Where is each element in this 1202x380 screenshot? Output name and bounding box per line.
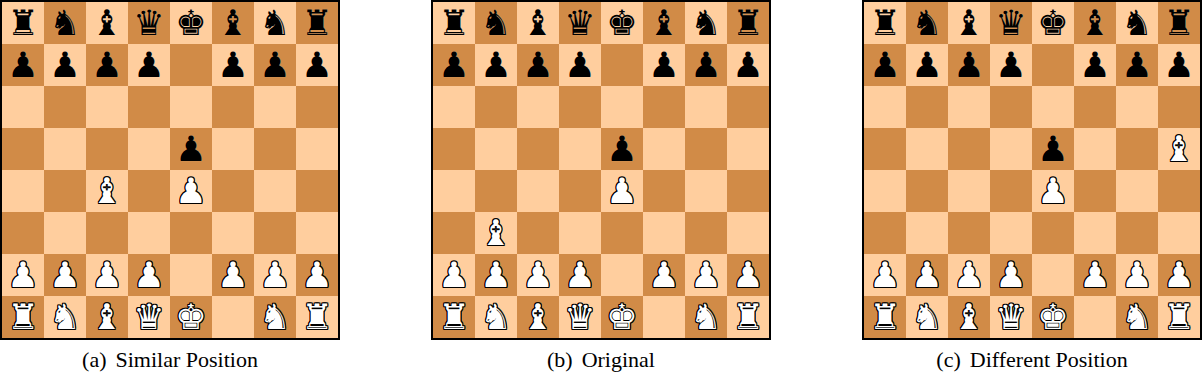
white-pawn-icon: ♟ xyxy=(911,254,942,296)
square-d6 xyxy=(128,86,170,128)
square-a6 xyxy=(864,86,906,128)
square-c2: ♟ xyxy=(517,254,559,296)
square-c2: ♟ xyxy=(86,254,128,296)
square-g1: ♞ xyxy=(685,296,727,338)
white-rook-icon: ♜ xyxy=(869,296,900,338)
square-e8: ♚ xyxy=(170,2,212,44)
white-pawn-icon: ♟ xyxy=(480,254,511,296)
caption-b: (b)Original xyxy=(547,347,655,373)
square-d7: ♟ xyxy=(990,44,1032,86)
square-e8: ♚ xyxy=(1032,2,1074,44)
square-a4 xyxy=(2,170,44,212)
white-pawn-icon: ♟ xyxy=(690,254,721,296)
square-h5: ♝ xyxy=(1158,128,1200,170)
white-pawn-icon: ♟ xyxy=(732,254,763,296)
square-c7: ♟ xyxy=(948,44,990,86)
white-bishop-icon: ♝ xyxy=(91,296,122,338)
black-pawn-icon: ♟ xyxy=(1079,44,1110,86)
square-b2: ♟ xyxy=(475,254,517,296)
square-f2: ♟ xyxy=(212,254,254,296)
white-pawn-icon: ♟ xyxy=(869,254,900,296)
white-pawn-icon: ♟ xyxy=(7,254,38,296)
black-queen-icon: ♛ xyxy=(133,2,164,44)
white-pawn-icon: ♟ xyxy=(1037,170,1068,212)
square-b6 xyxy=(906,86,948,128)
square-d4 xyxy=(128,170,170,212)
square-b4 xyxy=(475,170,517,212)
square-h5 xyxy=(296,128,338,170)
square-d8: ♛ xyxy=(559,2,601,44)
square-b7: ♟ xyxy=(44,44,86,86)
black-pawn-icon: ♟ xyxy=(438,44,469,86)
square-g3 xyxy=(1116,212,1158,254)
square-f1 xyxy=(1074,296,1116,338)
square-d6 xyxy=(559,86,601,128)
square-g1: ♞ xyxy=(254,296,296,338)
square-b4 xyxy=(906,170,948,212)
square-b1: ♞ xyxy=(475,296,517,338)
square-d1: ♛ xyxy=(559,296,601,338)
white-knight-icon: ♞ xyxy=(480,296,511,338)
black-pawn-icon: ♟ xyxy=(690,44,721,86)
square-d4 xyxy=(559,170,601,212)
square-f1 xyxy=(643,296,685,338)
square-b6 xyxy=(475,86,517,128)
black-pawn-icon: ♟ xyxy=(301,44,332,86)
square-a4 xyxy=(864,170,906,212)
black-rook-icon: ♜ xyxy=(732,2,763,44)
black-pawn-icon: ♟ xyxy=(175,128,206,170)
square-b8: ♞ xyxy=(44,2,86,44)
chess-retrieval-figure: ♜♞♝♛♚♝♞♜♟♟♟♟♟♟♟♟♝♟♟♟♟♟♟♟♟♜♞♝♛♚♞♜ (a)Simi… xyxy=(0,0,1202,373)
square-h8: ♜ xyxy=(296,2,338,44)
square-f2: ♟ xyxy=(643,254,685,296)
black-knight-icon: ♞ xyxy=(49,2,80,44)
black-pawn-icon: ♟ xyxy=(480,44,511,86)
square-b2: ♟ xyxy=(44,254,86,296)
white-bishop-icon: ♝ xyxy=(522,296,553,338)
white-pawn-icon: ♟ xyxy=(953,254,984,296)
square-g4 xyxy=(685,170,727,212)
square-g2: ♟ xyxy=(254,254,296,296)
square-a6 xyxy=(2,86,44,128)
black-knight-icon: ♞ xyxy=(1121,2,1152,44)
square-a8: ♜ xyxy=(433,2,475,44)
square-b1: ♞ xyxy=(906,296,948,338)
square-d2: ♟ xyxy=(128,254,170,296)
square-h1: ♜ xyxy=(296,296,338,338)
square-b5 xyxy=(44,128,86,170)
white-queen-icon: ♛ xyxy=(995,296,1026,338)
black-knight-icon: ♞ xyxy=(259,2,290,44)
white-bishop-icon: ♝ xyxy=(953,296,984,338)
square-a3 xyxy=(2,212,44,254)
square-e1: ♚ xyxy=(1032,296,1074,338)
black-bishop-icon: ♝ xyxy=(648,2,679,44)
black-pawn-icon: ♟ xyxy=(91,44,122,86)
square-e6 xyxy=(170,86,212,128)
square-a2: ♟ xyxy=(2,254,44,296)
square-b5 xyxy=(475,128,517,170)
black-rook-icon: ♜ xyxy=(869,2,900,44)
black-rook-icon: ♜ xyxy=(7,2,38,44)
square-b8: ♞ xyxy=(475,2,517,44)
square-a8: ♜ xyxy=(864,2,906,44)
square-h4 xyxy=(1158,170,1200,212)
square-c3 xyxy=(86,212,128,254)
square-d5 xyxy=(559,128,601,170)
square-a8: ♜ xyxy=(2,2,44,44)
black-pawn-icon: ♟ xyxy=(911,44,942,86)
square-f7: ♟ xyxy=(1074,44,1116,86)
square-f2: ♟ xyxy=(1074,254,1116,296)
black-bishop-icon: ♝ xyxy=(1079,2,1110,44)
white-pawn-icon: ♟ xyxy=(995,254,1026,296)
square-e7 xyxy=(170,44,212,86)
square-c6 xyxy=(948,86,990,128)
black-pawn-icon: ♟ xyxy=(995,44,1026,86)
square-a3 xyxy=(864,212,906,254)
black-pawn-icon: ♟ xyxy=(7,44,38,86)
square-a4 xyxy=(433,170,475,212)
square-c6 xyxy=(517,86,559,128)
square-g1: ♞ xyxy=(1116,296,1158,338)
square-a6 xyxy=(433,86,475,128)
black-pawn-icon: ♟ xyxy=(217,44,248,86)
square-a7: ♟ xyxy=(864,44,906,86)
square-d5 xyxy=(128,128,170,170)
square-c4 xyxy=(948,170,990,212)
square-f3 xyxy=(1074,212,1116,254)
square-h7: ♟ xyxy=(1158,44,1200,86)
white-pawn-icon: ♟ xyxy=(564,254,595,296)
square-e7 xyxy=(1032,44,1074,86)
black-pawn-icon: ♟ xyxy=(133,44,164,86)
square-g5 xyxy=(1116,128,1158,170)
black-pawn-icon: ♟ xyxy=(1037,128,1068,170)
square-f6 xyxy=(643,86,685,128)
square-f7: ♟ xyxy=(643,44,685,86)
square-c2: ♟ xyxy=(948,254,990,296)
square-h4 xyxy=(296,170,338,212)
black-king-icon: ♚ xyxy=(1037,2,1068,44)
square-g8: ♞ xyxy=(254,2,296,44)
square-e2 xyxy=(170,254,212,296)
square-h2: ♟ xyxy=(296,254,338,296)
white-bishop-icon: ♝ xyxy=(91,170,122,212)
square-c3 xyxy=(948,212,990,254)
white-pawn-icon: ♟ xyxy=(91,254,122,296)
square-h6 xyxy=(296,86,338,128)
white-pawn-icon: ♟ xyxy=(1121,254,1152,296)
square-f8: ♝ xyxy=(643,2,685,44)
square-c7: ♟ xyxy=(517,44,559,86)
square-c4: ♝ xyxy=(86,170,128,212)
square-g5 xyxy=(254,128,296,170)
square-h1: ♜ xyxy=(1158,296,1200,338)
white-rook-icon: ♜ xyxy=(7,296,38,338)
white-queen-icon: ♛ xyxy=(564,296,595,338)
chessboard-similar-position: ♜♞♝♛♚♝♞♜♟♟♟♟♟♟♟♟♝♟♟♟♟♟♟♟♟♜♞♝♛♚♞♜ xyxy=(0,0,340,340)
white-pawn-icon: ♟ xyxy=(648,254,679,296)
square-g7: ♟ xyxy=(685,44,727,86)
square-h7: ♟ xyxy=(727,44,769,86)
square-g3 xyxy=(254,212,296,254)
black-bishop-icon: ♝ xyxy=(522,2,553,44)
square-g3 xyxy=(685,212,727,254)
square-d1: ♛ xyxy=(128,296,170,338)
square-f3 xyxy=(643,212,685,254)
square-e6 xyxy=(1032,86,1074,128)
caption-c-label: (c) xyxy=(936,347,960,372)
square-b5 xyxy=(906,128,948,170)
black-pawn-icon: ♟ xyxy=(49,44,80,86)
square-d7: ♟ xyxy=(559,44,601,86)
square-h8: ♜ xyxy=(1158,2,1200,44)
square-a2: ♟ xyxy=(864,254,906,296)
square-d3 xyxy=(990,212,1032,254)
white-rook-icon: ♜ xyxy=(732,296,763,338)
black-pawn-icon: ♟ xyxy=(1163,44,1194,86)
square-a5 xyxy=(2,128,44,170)
white-rook-icon: ♜ xyxy=(438,296,469,338)
white-queen-icon: ♛ xyxy=(133,296,164,338)
square-c7: ♟ xyxy=(86,44,128,86)
white-bishop-icon: ♝ xyxy=(1163,128,1194,170)
square-d6 xyxy=(990,86,1032,128)
square-h7: ♟ xyxy=(296,44,338,86)
caption-a-label: (a) xyxy=(82,347,106,372)
square-d8: ♛ xyxy=(128,2,170,44)
square-d5 xyxy=(990,128,1032,170)
white-pawn-icon: ♟ xyxy=(522,254,553,296)
caption-b-text: Original xyxy=(582,347,655,372)
square-h4 xyxy=(727,170,769,212)
square-c6 xyxy=(86,86,128,128)
square-b3 xyxy=(44,212,86,254)
square-f8: ♝ xyxy=(1074,2,1116,44)
square-b2: ♟ xyxy=(906,254,948,296)
square-g5 xyxy=(685,128,727,170)
black-queen-icon: ♛ xyxy=(995,2,1026,44)
square-b3: ♝ xyxy=(475,212,517,254)
white-pawn-icon: ♟ xyxy=(259,254,290,296)
black-pawn-icon: ♟ xyxy=(953,44,984,86)
square-a7: ♟ xyxy=(433,44,475,86)
black-bishop-icon: ♝ xyxy=(91,2,122,44)
square-f5 xyxy=(643,128,685,170)
white-pawn-icon: ♟ xyxy=(217,254,248,296)
white-knight-icon: ♞ xyxy=(690,296,721,338)
square-e3 xyxy=(1032,212,1074,254)
square-d4 xyxy=(990,170,1032,212)
square-h5 xyxy=(727,128,769,170)
square-e4: ♟ xyxy=(1032,170,1074,212)
white-rook-icon: ♜ xyxy=(301,296,332,338)
square-a7: ♟ xyxy=(2,44,44,86)
square-e8: ♚ xyxy=(601,2,643,44)
square-g8: ♞ xyxy=(685,2,727,44)
caption-c-text: Different Position xyxy=(970,347,1128,372)
square-f5 xyxy=(1074,128,1116,170)
square-c3 xyxy=(517,212,559,254)
square-a1: ♜ xyxy=(433,296,475,338)
chessboard-original: ♜♞♝♛♚♝♞♜♟♟♟♟♟♟♟♟♟♝♟♟♟♟♟♟♟♜♞♝♛♚♞♜ xyxy=(431,0,771,340)
square-b8: ♞ xyxy=(906,2,948,44)
white-pawn-icon: ♟ xyxy=(606,170,637,212)
square-g6 xyxy=(1116,86,1158,128)
black-knight-icon: ♞ xyxy=(690,2,721,44)
white-king-icon: ♚ xyxy=(606,296,637,338)
square-d2: ♟ xyxy=(990,254,1032,296)
square-c4 xyxy=(517,170,559,212)
square-d2: ♟ xyxy=(559,254,601,296)
square-c8: ♝ xyxy=(517,2,559,44)
white-pawn-icon: ♟ xyxy=(175,170,206,212)
square-e3 xyxy=(601,212,643,254)
square-e3 xyxy=(170,212,212,254)
square-a5 xyxy=(864,128,906,170)
black-pawn-icon: ♟ xyxy=(259,44,290,86)
square-h1: ♜ xyxy=(727,296,769,338)
black-queen-icon: ♛ xyxy=(564,2,595,44)
square-c5 xyxy=(517,128,559,170)
square-g2: ♟ xyxy=(1116,254,1158,296)
black-pawn-icon: ♟ xyxy=(522,44,553,86)
black-bishop-icon: ♝ xyxy=(953,2,984,44)
square-h2: ♟ xyxy=(727,254,769,296)
black-knight-icon: ♞ xyxy=(911,2,942,44)
square-a2: ♟ xyxy=(433,254,475,296)
square-h6 xyxy=(727,86,769,128)
square-f4 xyxy=(1074,170,1116,212)
square-b4 xyxy=(44,170,86,212)
square-c5 xyxy=(86,128,128,170)
black-pawn-icon: ♟ xyxy=(606,128,637,170)
square-b7: ♟ xyxy=(906,44,948,86)
square-e1: ♚ xyxy=(170,296,212,338)
square-h8: ♜ xyxy=(727,2,769,44)
black-pawn-icon: ♟ xyxy=(869,44,900,86)
square-e4: ♟ xyxy=(601,170,643,212)
white-pawn-icon: ♟ xyxy=(133,254,164,296)
square-b7: ♟ xyxy=(475,44,517,86)
square-f5 xyxy=(212,128,254,170)
square-f6 xyxy=(212,86,254,128)
white-bishop-icon: ♝ xyxy=(480,212,511,254)
square-b1: ♞ xyxy=(44,296,86,338)
white-knight-icon: ♞ xyxy=(1121,296,1152,338)
chessboard-different-position: ♜♞♝♛♚♝♞♜♟♟♟♟♟♟♟♟♝♟♟♟♟♟♟♟♟♜♞♝♛♚♞♜ xyxy=(862,0,1202,340)
square-e1: ♚ xyxy=(601,296,643,338)
square-a5 xyxy=(433,128,475,170)
square-g7: ♟ xyxy=(254,44,296,86)
caption-c: (c)Different Position xyxy=(936,347,1127,373)
white-knight-icon: ♞ xyxy=(49,296,80,338)
white-king-icon: ♚ xyxy=(175,296,206,338)
square-c1: ♝ xyxy=(948,296,990,338)
black-pawn-icon: ♟ xyxy=(1121,44,1152,86)
square-b3 xyxy=(906,212,948,254)
black-king-icon: ♚ xyxy=(175,2,206,44)
white-king-icon: ♚ xyxy=(1037,296,1068,338)
black-rook-icon: ♜ xyxy=(438,2,469,44)
square-g7: ♟ xyxy=(1116,44,1158,86)
square-a1: ♜ xyxy=(2,296,44,338)
white-pawn-icon: ♟ xyxy=(301,254,332,296)
square-f6 xyxy=(1074,86,1116,128)
white-rook-icon: ♜ xyxy=(1163,296,1194,338)
square-d1: ♛ xyxy=(990,296,1032,338)
square-g2: ♟ xyxy=(685,254,727,296)
white-pawn-icon: ♟ xyxy=(49,254,80,296)
caption-a-text: Similar Position xyxy=(116,347,258,372)
white-pawn-icon: ♟ xyxy=(438,254,469,296)
square-e5: ♟ xyxy=(601,128,643,170)
square-e5: ♟ xyxy=(170,128,212,170)
square-g8: ♞ xyxy=(1116,2,1158,44)
square-c1: ♝ xyxy=(517,296,559,338)
square-d3 xyxy=(559,212,601,254)
square-d8: ♛ xyxy=(990,2,1032,44)
black-pawn-icon: ♟ xyxy=(648,44,679,86)
square-c1: ♝ xyxy=(86,296,128,338)
square-f8: ♝ xyxy=(212,2,254,44)
square-f4 xyxy=(643,170,685,212)
black-king-icon: ♚ xyxy=(606,2,637,44)
square-a3 xyxy=(433,212,475,254)
subfigure-b: ♜♞♝♛♚♝♞♜♟♟♟♟♟♟♟♟♟♝♟♟♟♟♟♟♟♜♞♝♛♚♞♜ (b)Orig… xyxy=(431,0,771,373)
square-f7: ♟ xyxy=(212,44,254,86)
square-d7: ♟ xyxy=(128,44,170,86)
square-h6 xyxy=(1158,86,1200,128)
black-pawn-icon: ♟ xyxy=(732,44,763,86)
square-h3 xyxy=(1158,212,1200,254)
square-c8: ♝ xyxy=(948,2,990,44)
white-knight-icon: ♞ xyxy=(911,296,942,338)
square-e2 xyxy=(601,254,643,296)
square-e4: ♟ xyxy=(170,170,212,212)
square-g4 xyxy=(1116,170,1158,212)
square-f4 xyxy=(212,170,254,212)
square-f1 xyxy=(212,296,254,338)
caption-b-label: (b) xyxy=(547,347,573,372)
square-c5 xyxy=(948,128,990,170)
square-h2: ♟ xyxy=(1158,254,1200,296)
white-pawn-icon: ♟ xyxy=(1163,254,1194,296)
square-g6 xyxy=(685,86,727,128)
square-h3 xyxy=(727,212,769,254)
white-knight-icon: ♞ xyxy=(259,296,290,338)
square-a1: ♜ xyxy=(864,296,906,338)
square-h3 xyxy=(296,212,338,254)
black-knight-icon: ♞ xyxy=(480,2,511,44)
square-e6 xyxy=(601,86,643,128)
white-pawn-icon: ♟ xyxy=(1079,254,1110,296)
square-d3 xyxy=(128,212,170,254)
square-e7 xyxy=(601,44,643,86)
caption-a: (a)Similar Position xyxy=(82,347,258,373)
black-bishop-icon: ♝ xyxy=(217,2,248,44)
square-g6 xyxy=(254,86,296,128)
square-f3 xyxy=(212,212,254,254)
square-c8: ♝ xyxy=(86,2,128,44)
square-b6 xyxy=(44,86,86,128)
black-rook-icon: ♜ xyxy=(301,2,332,44)
black-rook-icon: ♜ xyxy=(1163,2,1194,44)
black-pawn-icon: ♟ xyxy=(564,44,595,86)
square-e2 xyxy=(1032,254,1074,296)
